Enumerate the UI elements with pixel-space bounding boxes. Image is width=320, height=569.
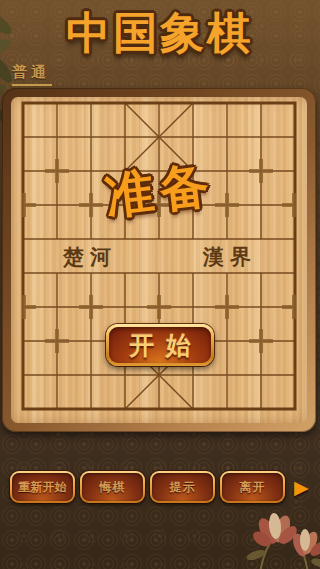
start-button-label: 开始: [117, 329, 203, 362]
board-frame: 楚河 漢界: [2, 88, 316, 432]
hint-button-label: 提示: [170, 479, 196, 496]
undo-move-button[interactable]: 悔棋: [80, 471, 145, 503]
leave-button-label: 离开: [240, 479, 266, 496]
undo-move-button-label: 悔棋: [100, 479, 126, 496]
start-button-face: 开始: [109, 327, 211, 363]
hint-button[interactable]: 提示: [150, 471, 215, 503]
river-label-han-jie: 漢界: [203, 243, 257, 271]
toolbar: 重新开始 悔棋 提示 离开 ▶: [10, 470, 310, 504]
restart-button[interactable]: 重新开始: [10, 471, 75, 503]
leave-button-face: 离开: [222, 473, 283, 501]
lotus-flower-decoration: [230, 493, 320, 569]
xiangqi-app: 中国象棋 普通: [0, 0, 320, 569]
restart-button-label: 重新开始: [19, 479, 67, 496]
app-title: 中国象棋: [0, 4, 320, 63]
start-button[interactable]: 开始: [106, 324, 214, 366]
mode-label[interactable]: 普通: [12, 63, 52, 86]
more-buttons-arrow-icon[interactable]: ▶: [294, 478, 309, 497]
river-label-chu-he: 楚河: [63, 243, 117, 271]
restart-button-face: 重新开始: [12, 473, 73, 501]
leave-button[interactable]: 离开: [220, 471, 285, 503]
undo-move-button-face: 悔棋: [82, 473, 143, 501]
hint-button-face: 提示: [152, 473, 213, 501]
